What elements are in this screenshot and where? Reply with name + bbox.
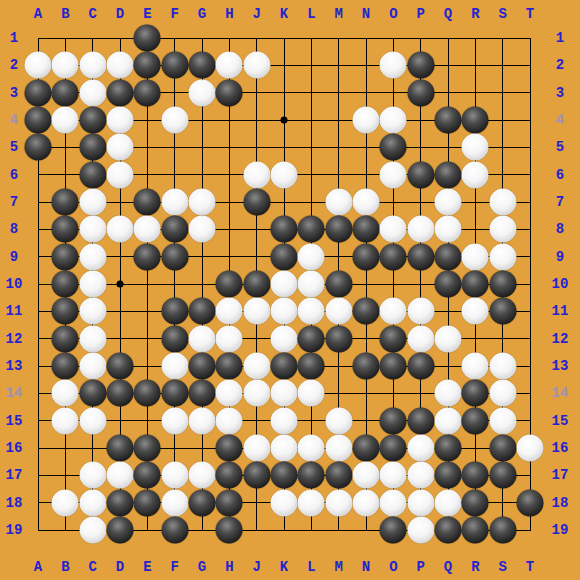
stone-black[interactable]: [271, 462, 298, 489]
stone-white[interactable]: [489, 189, 516, 216]
stone-white[interactable]: [52, 107, 79, 134]
stone-black[interactable]: [216, 353, 243, 380]
stone-black[interactable]: [380, 325, 407, 352]
row-label-right: 9: [556, 250, 564, 264]
hoshi-point: [117, 281, 124, 288]
stone-white[interactable]: [435, 189, 462, 216]
stone-white[interactable]: [79, 189, 106, 216]
stone-white[interactable]: [107, 462, 134, 489]
stone-black[interactable]: [134, 25, 161, 52]
grid-line-horizontal: [38, 38, 531, 39]
column-label-bottom: F: [170, 560, 178, 574]
column-label-top: D: [116, 7, 124, 21]
stone-black[interactable]: [216, 435, 243, 462]
stone-white[interactable]: [380, 489, 407, 516]
stone-black[interactable]: [407, 161, 434, 188]
stone-white[interactable]: [298, 243, 325, 270]
stone-black[interactable]: [380, 134, 407, 161]
row-label-right: 5: [556, 140, 564, 154]
stone-white[interactable]: [52, 52, 79, 79]
stone-black[interactable]: [489, 298, 516, 325]
row-label-right: 14: [552, 386, 569, 400]
stone-white[interactable]: [407, 489, 434, 516]
stone-white[interactable]: [298, 380, 325, 407]
stone-white[interactable]: [52, 407, 79, 434]
stone-black[interactable]: [380, 435, 407, 462]
row-label-left: 13: [6, 359, 23, 373]
stone-white[interactable]: [407, 216, 434, 243]
stone-white[interactable]: [435, 325, 462, 352]
stone-black[interactable]: [189, 298, 216, 325]
row-label-left: 1: [10, 31, 18, 45]
stone-white[interactable]: [353, 189, 380, 216]
column-label-bottom: B: [61, 560, 69, 574]
stone-white[interactable]: [325, 298, 352, 325]
stone-black[interactable]: [462, 107, 489, 134]
stone-white[interactable]: [243, 298, 270, 325]
row-label-left: 14: [6, 386, 23, 400]
stone-black[interactable]: [161, 298, 188, 325]
column-label-top: H: [225, 7, 233, 21]
row-label-left: 12: [6, 332, 23, 346]
stone-white[interactable]: [462, 134, 489, 161]
stone-black[interactable]: [353, 298, 380, 325]
row-label-right: 10: [552, 277, 569, 291]
column-label-bottom: G: [198, 560, 206, 574]
stone-white[interactable]: [462, 353, 489, 380]
stone-white[interactable]: [380, 52, 407, 79]
column-label-bottom: T: [526, 560, 534, 574]
stone-white[interactable]: [79, 325, 106, 352]
stone-white[interactable]: [298, 298, 325, 325]
row-label-right: 19: [552, 523, 569, 537]
stone-white[interactable]: [353, 489, 380, 516]
stone-black[interactable]: [407, 407, 434, 434]
stone-white[interactable]: [489, 353, 516, 380]
stone-white[interactable]: [243, 435, 270, 462]
stone-white[interactable]: [489, 380, 516, 407]
stone-white[interactable]: [380, 161, 407, 188]
column-label-bottom: K: [280, 560, 288, 574]
row-label-left: 16: [6, 441, 23, 455]
row-label-left: 11: [6, 304, 23, 318]
stone-white[interactable]: [271, 325, 298, 352]
stone-black[interactable]: [161, 216, 188, 243]
stone-black[interactable]: [298, 462, 325, 489]
stone-white[interactable]: [407, 325, 434, 352]
stone-black[interactable]: [134, 489, 161, 516]
row-label-right: 12: [552, 332, 569, 346]
stone-white[interactable]: [462, 243, 489, 270]
stone-black[interactable]: [79, 107, 106, 134]
stone-white[interactable]: [52, 489, 79, 516]
stone-black[interactable]: [298, 353, 325, 380]
stone-black[interactable]: [107, 517, 134, 544]
stone-black[interactable]: [462, 271, 489, 298]
stone-white[interactable]: [353, 107, 380, 134]
row-label-left: 15: [6, 414, 23, 428]
row-label-right: 13: [552, 359, 569, 373]
stone-white[interactable]: [489, 216, 516, 243]
stone-black[interactable]: [353, 353, 380, 380]
stone-white[interactable]: [325, 189, 352, 216]
stone-black[interactable]: [435, 271, 462, 298]
stone-black[interactable]: [52, 243, 79, 270]
stone-black[interactable]: [134, 380, 161, 407]
stone-black[interactable]: [107, 489, 134, 516]
stone-white[interactable]: [189, 79, 216, 106]
stone-white[interactable]: [161, 353, 188, 380]
stone-white[interactable]: [79, 271, 106, 298]
stone-black[interactable]: [216, 462, 243, 489]
row-label-right: 16: [552, 441, 569, 455]
stone-black[interactable]: [271, 243, 298, 270]
stone-black[interactable]: [134, 243, 161, 270]
column-label-bottom: S: [498, 560, 506, 574]
stone-white[interactable]: [407, 298, 434, 325]
stone-white[interactable]: [79, 517, 106, 544]
row-label-right: 17: [552, 468, 569, 482]
stone-white[interactable]: [325, 489, 352, 516]
stone-black[interactable]: [79, 134, 106, 161]
stone-black[interactable]: [134, 435, 161, 462]
stone-white[interactable]: [79, 79, 106, 106]
stone-black[interactable]: [435, 435, 462, 462]
stone-white[interactable]: [380, 216, 407, 243]
stone-white[interactable]: [79, 462, 106, 489]
stone-black[interactable]: [407, 353, 434, 380]
column-label-bottom: M: [334, 560, 342, 574]
stone-white[interactable]: [435, 216, 462, 243]
stone-black[interactable]: [134, 79, 161, 106]
column-label-top: E: [143, 7, 151, 21]
row-label-left: 19: [6, 523, 23, 537]
stone-black[interactable]: [52, 353, 79, 380]
row-label-left: 18: [6, 496, 23, 510]
stone-white[interactable]: [79, 216, 106, 243]
column-label-bottom: Q: [444, 560, 452, 574]
stone-black[interactable]: [380, 243, 407, 270]
column-label-top: Q: [444, 7, 452, 21]
stone-white[interactable]: [189, 189, 216, 216]
stone-black[interactable]: [52, 325, 79, 352]
stone-white[interactable]: [271, 161, 298, 188]
stone-white[interactable]: [189, 407, 216, 434]
stone-black[interactable]: [325, 462, 352, 489]
stone-black[interactable]: [107, 79, 134, 106]
stone-black[interactable]: [435, 517, 462, 544]
row-label-left: 17: [6, 468, 23, 482]
stone-black[interactable]: [107, 380, 134, 407]
column-label-bottom: N: [362, 560, 370, 574]
stone-white[interactable]: [271, 271, 298, 298]
stone-black[interactable]: [325, 325, 352, 352]
row-label-left: 5: [10, 140, 18, 154]
row-label-left: 3: [10, 86, 18, 100]
stone-white[interactable]: [243, 52, 270, 79]
row-label-right: 1: [556, 31, 564, 45]
stone-black[interactable]: [271, 216, 298, 243]
stone-black[interactable]: [216, 517, 243, 544]
stone-white[interactable]: [353, 462, 380, 489]
stone-black[interactable]: [161, 243, 188, 270]
stone-white[interactable]: [435, 407, 462, 434]
column-label-bottom: P: [416, 560, 424, 574]
grid-line-vertical: [202, 38, 203, 531]
stone-black[interactable]: [298, 325, 325, 352]
stone-black[interactable]: [189, 353, 216, 380]
stone-white[interactable]: [271, 380, 298, 407]
stone-white[interactable]: [325, 435, 352, 462]
stone-black[interactable]: [161, 380, 188, 407]
stone-white[interactable]: [489, 243, 516, 270]
stone-black[interactable]: [325, 216, 352, 243]
row-label-right: 15: [552, 414, 569, 428]
stone-black[interactable]: [243, 189, 270, 216]
stone-black[interactable]: [107, 353, 134, 380]
stone-black[interactable]: [134, 52, 161, 79]
stone-black[interactable]: [161, 52, 188, 79]
stone-white[interactable]: [79, 489, 106, 516]
stone-white[interactable]: [271, 298, 298, 325]
column-label-bottom: O: [389, 560, 397, 574]
stone-black[interactable]: [189, 52, 216, 79]
stone-white[interactable]: [161, 107, 188, 134]
column-label-bottom: A: [34, 560, 42, 574]
stone-white[interactable]: [380, 107, 407, 134]
stone-white[interactable]: [107, 216, 134, 243]
stone-black[interactable]: [380, 407, 407, 434]
row-label-right: 6: [556, 168, 564, 182]
row-label-right: 3: [556, 86, 564, 100]
stone-black[interactable]: [380, 353, 407, 380]
stone-white[interactable]: [161, 407, 188, 434]
stone-white[interactable]: [79, 52, 106, 79]
stone-white[interactable]: [325, 407, 352, 434]
stone-white[interactable]: [243, 353, 270, 380]
stone-black[interactable]: [52, 189, 79, 216]
stone-black[interactable]: [52, 298, 79, 325]
stone-white[interactable]: [271, 435, 298, 462]
stone-black[interactable]: [462, 407, 489, 434]
stone-black[interactable]: [134, 462, 161, 489]
row-label-left: 8: [10, 222, 18, 236]
go-board[interactable]: AA11BB22CC33DD44EE55FF66GG77HH88JJ99KK10…: [0, 0, 580, 580]
stone-white[interactable]: [380, 462, 407, 489]
stone-black[interactable]: [79, 161, 106, 188]
stone-white[interactable]: [79, 407, 106, 434]
stone-white[interactable]: [216, 325, 243, 352]
stone-white[interactable]: [25, 52, 52, 79]
stone-black[interactable]: [489, 517, 516, 544]
stone-black[interactable]: [298, 216, 325, 243]
stone-black[interactable]: [462, 517, 489, 544]
stone-white[interactable]: [435, 380, 462, 407]
column-label-bottom: H: [225, 560, 233, 574]
row-label-left: 9: [10, 250, 18, 264]
stone-black[interactable]: [435, 161, 462, 188]
column-label-top: O: [389, 7, 397, 21]
stone-black[interactable]: [380, 517, 407, 544]
stone-black[interactable]: [79, 380, 106, 407]
stone-white[interactable]: [243, 161, 270, 188]
stone-white[interactable]: [189, 462, 216, 489]
stone-black[interactable]: [462, 489, 489, 516]
stone-black[interactable]: [25, 134, 52, 161]
stone-black[interactable]: [489, 271, 516, 298]
stone-black[interactable]: [407, 79, 434, 106]
column-label-bottom: C: [88, 560, 96, 574]
column-label-top: K: [280, 7, 288, 21]
column-label-top: P: [416, 7, 424, 21]
column-label-bottom: J: [252, 560, 260, 574]
stone-black[interactable]: [52, 271, 79, 298]
row-label-right: 8: [556, 222, 564, 236]
row-label-right: 7: [556, 195, 564, 209]
stone-black[interactable]: [489, 462, 516, 489]
stone-black[interactable]: [325, 271, 352, 298]
row-label-right: 18: [552, 496, 569, 510]
column-label-top: B: [61, 7, 69, 21]
column-label-top: F: [170, 7, 178, 21]
row-label-left: 4: [10, 113, 18, 127]
column-label-top: J: [252, 7, 260, 21]
stone-white[interactable]: [407, 517, 434, 544]
row-label-left: 10: [6, 277, 23, 291]
stone-white[interactable]: [216, 380, 243, 407]
stone-white[interactable]: [189, 216, 216, 243]
column-label-top: M: [334, 7, 342, 21]
column-label-top: R: [471, 7, 479, 21]
stone-white[interactable]: [462, 161, 489, 188]
stone-black[interactable]: [243, 271, 270, 298]
stone-white[interactable]: [161, 462, 188, 489]
stone-white[interactable]: [517, 435, 544, 462]
stone-black[interactable]: [189, 489, 216, 516]
stone-white[interactable]: [216, 52, 243, 79]
stone-white[interactable]: [79, 298, 106, 325]
stone-black[interactable]: [52, 216, 79, 243]
stone-white[interactable]: [271, 489, 298, 516]
column-label-bottom: D: [116, 560, 124, 574]
stone-black[interactable]: [353, 243, 380, 270]
hoshi-point: [281, 117, 288, 124]
stone-black[interactable]: [435, 243, 462, 270]
stone-white[interactable]: [298, 435, 325, 462]
stone-black[interactable]: [243, 462, 270, 489]
stone-white[interactable]: [298, 489, 325, 516]
stone-white[interactable]: [134, 216, 161, 243]
stone-white[interactable]: [298, 271, 325, 298]
row-label-right: 2: [556, 58, 564, 72]
stone-black[interactable]: [107, 435, 134, 462]
stone-white[interactable]: [489, 407, 516, 434]
row-label-left: 7: [10, 195, 18, 209]
stone-black[interactable]: [353, 435, 380, 462]
stone-black[interactable]: [216, 271, 243, 298]
stone-black[interactable]: [25, 79, 52, 106]
column-label-top: A: [34, 7, 42, 21]
row-label-left: 6: [10, 168, 18, 182]
stone-white[interactable]: [407, 462, 434, 489]
stone-black[interactable]: [353, 216, 380, 243]
stone-black[interactable]: [216, 79, 243, 106]
stone-black[interactable]: [161, 325, 188, 352]
stone-black[interactable]: [216, 489, 243, 516]
column-label-top: T: [526, 7, 534, 21]
stone-white[interactable]: [161, 489, 188, 516]
stone-white[interactable]: [407, 435, 434, 462]
stone-white[interactable]: [107, 134, 134, 161]
column-label-bottom: E: [143, 560, 151, 574]
stone-black[interactable]: [271, 353, 298, 380]
column-label-top: L: [307, 7, 315, 21]
column-label-bottom: L: [307, 560, 315, 574]
stone-white[interactable]: [52, 380, 79, 407]
stone-black[interactable]: [189, 380, 216, 407]
stone-black[interactable]: [462, 380, 489, 407]
column-label-top: G: [198, 7, 206, 21]
stone-white[interactable]: [107, 52, 134, 79]
stone-black[interactable]: [462, 462, 489, 489]
row-label-left: 2: [10, 58, 18, 72]
stone-black[interactable]: [517, 489, 544, 516]
stone-white[interactable]: [107, 161, 134, 188]
stone-black[interactable]: [52, 79, 79, 106]
stone-white[interactable]: [243, 380, 270, 407]
row-label-right: 11: [552, 304, 569, 318]
stone-white[interactable]: [79, 243, 106, 270]
stone-white[interactable]: [380, 298, 407, 325]
stone-black[interactable]: [435, 107, 462, 134]
stone-black[interactable]: [407, 243, 434, 270]
column-label-top: C: [88, 7, 96, 21]
column-label-top: N: [362, 7, 370, 21]
stone-black[interactable]: [134, 189, 161, 216]
stone-black[interactable]: [161, 517, 188, 544]
stone-white[interactable]: [107, 107, 134, 134]
stone-black[interactable]: [407, 52, 434, 79]
stone-white[interactable]: [216, 298, 243, 325]
stone-white[interactable]: [271, 407, 298, 434]
column-label-top: S: [498, 7, 506, 21]
stone-white[interactable]: [161, 189, 188, 216]
stone-white[interactable]: [462, 298, 489, 325]
stone-black[interactable]: [25, 107, 52, 134]
stone-white[interactable]: [435, 489, 462, 516]
stone-white[interactable]: [189, 325, 216, 352]
stone-white[interactable]: [216, 407, 243, 434]
stone-black[interactable]: [435, 462, 462, 489]
stone-white[interactable]: [79, 353, 106, 380]
row-label-right: 4: [556, 113, 564, 127]
column-label-bottom: R: [471, 560, 479, 574]
stone-black[interactable]: [489, 435, 516, 462]
